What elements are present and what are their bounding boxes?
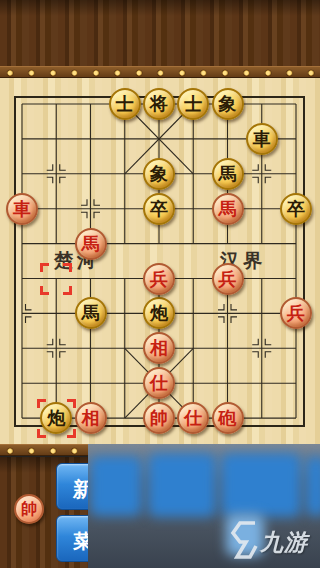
black-elephant-piece[interactable]: 象 [212,88,244,120]
nine-you-watermark: 九游 [230,520,320,564]
top-stud-strip [0,66,320,78]
red-soldier-piece[interactable]: 兵 [280,297,312,329]
black-soldier-piece[interactable]: 卒 [280,193,312,225]
red-general-avatar-icon: 帥 [14,494,44,524]
top-wood-panel [0,0,320,66]
red-soldier-piece[interactable]: 兵 [143,263,175,295]
black-horse-piece[interactable]: 馬 [212,158,244,190]
red-chariot-piece[interactable]: 車 [6,193,38,225]
red-horse-piece[interactable]: 馬 [212,193,244,225]
black-elephant-piece[interactable]: 象 [143,158,175,190]
xiangqi-board[interactable]: 楚河 汉界 士将士象車象馬卒卒馬炮炮車馬馬兵兵兵相仕相帥仕砲 [0,78,320,444]
nine-you-logo-icon [230,520,258,560]
red-advisor-piece[interactable]: 仕 [177,402,209,434]
blurred-menu-button[interactable] [90,456,142,516]
red-elephant-piece[interactable]: 相 [75,402,107,434]
blurred-menu-button[interactable] [148,453,216,517]
blurred-menu-button[interactable] [221,453,301,517]
blurred-overlay-panel: 九游 [88,444,320,568]
black-general-piece[interactable]: 将 [143,88,175,120]
app-screen: 楚河 汉界 士将士象車象馬卒卒馬炮炮車馬馬兵兵兵相仕相帥仕砲 帥 新 菜 九游 [0,0,320,568]
black-chariot-piece[interactable]: 車 [246,123,278,155]
black-advisor-piece[interactable]: 士 [109,88,141,120]
last-move-from-marker [40,263,72,295]
black-horse-piece[interactable]: 馬 [75,297,107,329]
red-soldier-piece[interactable]: 兵 [212,263,244,295]
black-advisor-piece[interactable]: 士 [177,88,209,120]
red-horse-piece[interactable]: 馬 [75,228,107,260]
nine-you-logo-text: 九游 [260,527,308,558]
last-move-to-marker [37,399,76,438]
blurred-menu-button[interactable] [306,456,320,516]
red-advisor-piece[interactable]: 仕 [143,367,175,399]
black-soldier-piece[interactable]: 卒 [143,193,175,225]
red-general-piece[interactable]: 帥 [143,402,175,434]
red-cannon-piece[interactable]: 砲 [212,402,244,434]
